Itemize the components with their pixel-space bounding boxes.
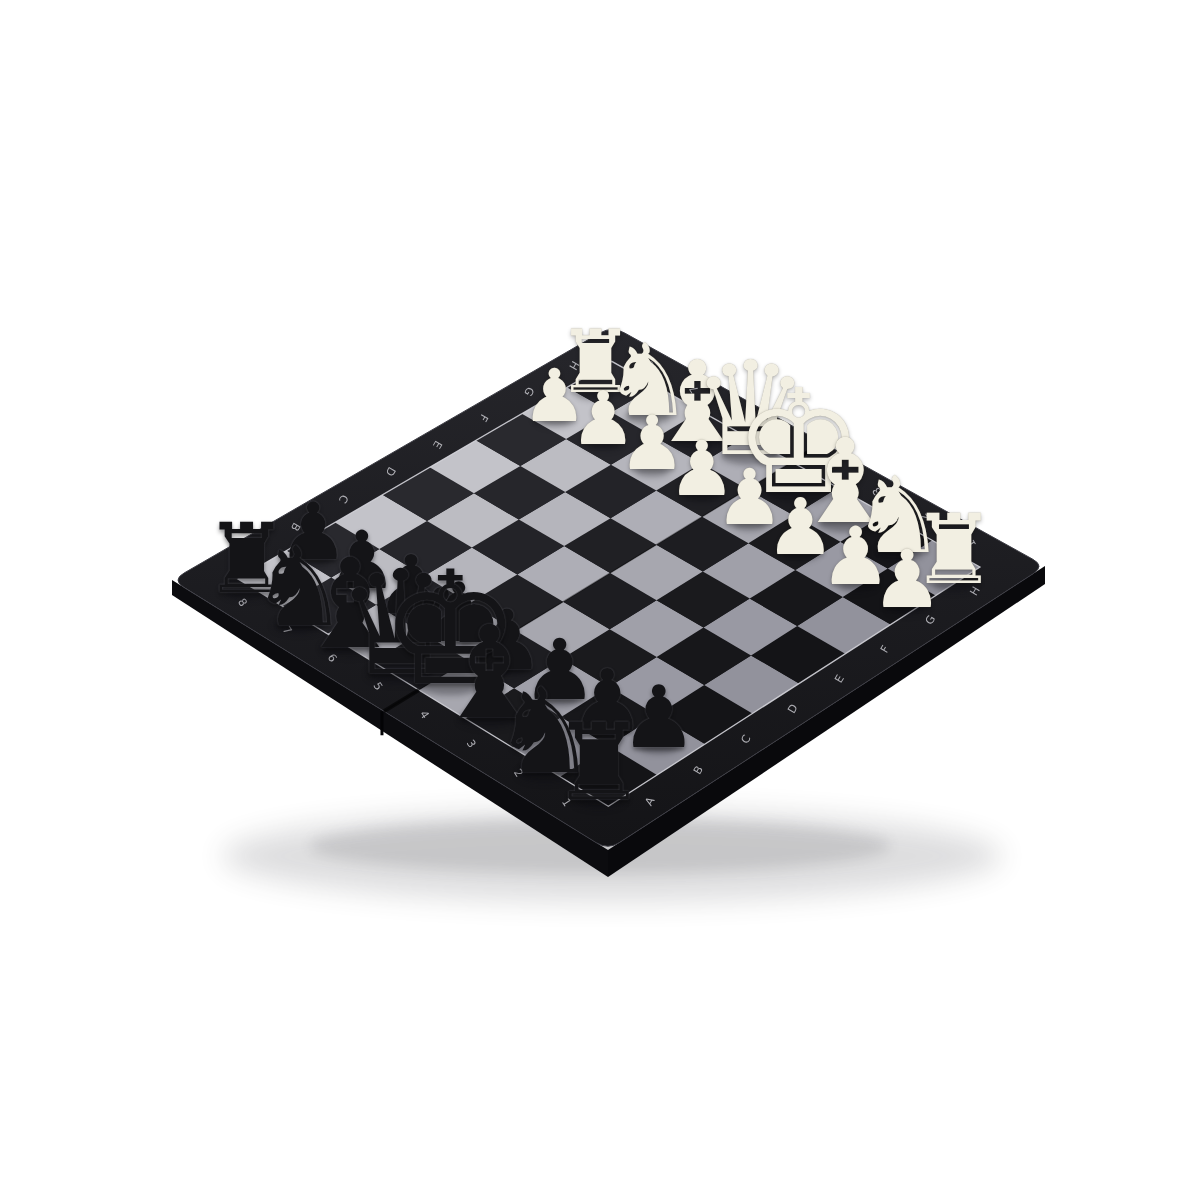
piece-white-pawn[interactable]: ♟ xyxy=(871,540,943,620)
chess-set-photo: AABBCCDDEEFFGGHH1122334455667788 ♜♞♝♛♚♝♞… xyxy=(0,0,1200,1200)
piece-black-rook[interactable]: ♜ xyxy=(551,710,646,816)
pieces-layer: ♜♞♝♛♚♝♞♜♟♟♟♟♟♟♟♟♜♞♝♛♚♝♞♜♟♟♟♟♟♟♟♟ xyxy=(0,0,1200,1200)
